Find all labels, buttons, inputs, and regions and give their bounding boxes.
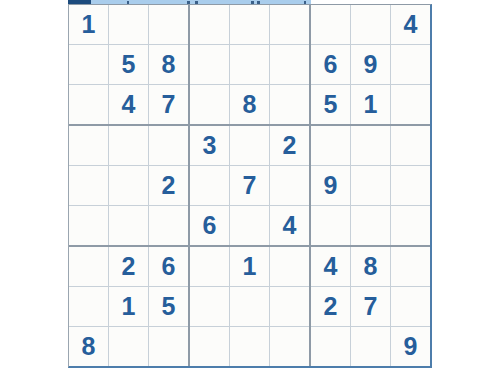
sudoku-cell-r6c6[interactable]: 4	[270, 206, 309, 245]
sudoku-cell-r9c5[interactable]	[230, 327, 269, 366]
sudoku-cell-r6c1[interactable]	[69, 206, 108, 245]
sudoku-cell-r1c4[interactable]	[190, 5, 229, 44]
sudoku-cell-r8c4[interactable]	[190, 287, 229, 326]
sudoku-cell-r8c3[interactable]: 5	[149, 287, 188, 326]
sudoku-cell-r3c8[interactable]: 1	[351, 85, 390, 124]
sudoku-cell-r2c9[interactable]	[391, 45, 430, 84]
sudoku-cell-r2c4[interactable]	[190, 45, 229, 84]
sudoku-cell-r9c6[interactable]	[270, 327, 309, 366]
sudoku-cell-r7c5[interactable]: 1	[230, 247, 269, 286]
sudoku-cell-r3c9[interactable]	[391, 85, 430, 124]
sudoku-cell-r7c3[interactable]: 6	[149, 247, 188, 286]
sudoku-cell-r1c1[interactable]: 1	[69, 5, 108, 44]
sudoku-cell-r9c1[interactable]: 8	[69, 327, 108, 366]
sudoku-box-5: 32764	[190, 126, 309, 245]
sudoku-cell-r6c9[interactable]	[391, 206, 430, 245]
sudoku-cell-r9c8[interactable]	[351, 327, 390, 366]
sudoku-cell-r4c7[interactable]	[311, 126, 350, 165]
sudoku-cell-r7c8[interactable]: 8	[351, 247, 390, 286]
sudoku-cell-r5c7[interactable]: 9	[311, 166, 350, 205]
sudoku-cell-r9c3[interactable]	[149, 327, 188, 366]
sudoku-cell-r5c3[interactable]: 2	[149, 166, 188, 205]
sudoku-cell-r6c5[interactable]	[230, 206, 269, 245]
sudoku-cell-r2c6[interactable]	[270, 45, 309, 84]
sudoku-cell-r1c6[interactable]	[270, 5, 309, 44]
sudoku-cell-r8c6[interactable]	[270, 287, 309, 326]
sudoku-cell-r7c1[interactable]	[69, 247, 108, 286]
sudoku-cell-r4c1[interactable]	[69, 126, 108, 165]
sudoku-cell-r6c3[interactable]	[149, 206, 188, 245]
sudoku-cell-r8c5[interactable]	[230, 287, 269, 326]
sudoku-cell-r2c8[interactable]: 9	[351, 45, 390, 84]
sudoku-box-1: 15847	[69, 5, 188, 124]
sudoku-cell-r5c5[interactable]: 7	[230, 166, 269, 205]
sudoku-cell-r1c2[interactable]	[109, 5, 148, 44]
sudoku-box-9: 48279	[311, 247, 430, 366]
sudoku-cell-r1c5[interactable]	[230, 5, 269, 44]
sudoku-cell-r4c3[interactable]	[149, 126, 188, 165]
sudoku-cell-r5c1[interactable]	[69, 166, 108, 205]
sudoku-cell-r4c4[interactable]: 3	[190, 126, 229, 165]
sudoku-cell-r7c6[interactable]	[270, 247, 309, 286]
sudoku-cell-r2c7[interactable]: 6	[311, 45, 350, 84]
sudoku-cell-r7c9[interactable]	[391, 247, 430, 286]
sudoku-cell-r2c1[interactable]	[69, 45, 108, 84]
sudoku-cell-r1c7[interactable]	[311, 5, 350, 44]
sudoku-cell-r3c5[interactable]: 8	[230, 85, 269, 124]
sudoku-cell-r5c8[interactable]	[351, 166, 390, 205]
sudoku-cell-r3c2[interactable]: 4	[109, 85, 148, 124]
sudoku-cell-r9c2[interactable]	[109, 327, 148, 366]
sudoku-cell-r7c7[interactable]: 4	[311, 247, 350, 286]
sudoku-cell-r8c1[interactable]	[69, 287, 108, 326]
sudoku-cell-r8c8[interactable]: 7	[351, 287, 390, 326]
sudoku-box-4: 2	[69, 126, 188, 245]
sudoku-cell-r3c7[interactable]: 5	[311, 85, 350, 124]
sudoku-cell-r9c4[interactable]	[190, 327, 229, 366]
sudoku-cell-r1c8[interactable]	[351, 5, 390, 44]
sudoku-cell-r6c8[interactable]	[351, 206, 390, 245]
sudoku-cell-r3c6[interactable]	[270, 85, 309, 124]
sudoku-cell-r5c2[interactable]	[109, 166, 148, 205]
sudoku-cell-r5c9[interactable]	[391, 166, 430, 205]
sudoku-cell-r1c3[interactable]	[149, 5, 188, 44]
sudoku-cell-r5c4[interactable]	[190, 166, 229, 205]
sudoku-cell-r2c2[interactable]: 5	[109, 45, 148, 84]
sudoku-cell-r4c9[interactable]	[391, 126, 430, 165]
sudoku-cell-r6c7[interactable]	[311, 206, 350, 245]
sudoku-cell-r8c9[interactable]	[391, 287, 430, 326]
sudoku-cell-r6c4[interactable]: 6	[190, 206, 229, 245]
sudoku-app-viewport: 15847846951232764926158148279	[0, 0, 500, 375]
sudoku-box-6: 9	[311, 126, 430, 245]
sudoku-cell-r5c6[interactable]	[270, 166, 309, 205]
sudoku-box-7: 26158	[69, 247, 188, 366]
sudoku-board: 15847846951232764926158148279	[68, 4, 432, 368]
sudoku-cell-r7c2[interactable]: 2	[109, 247, 148, 286]
sudoku-cell-r3c4[interactable]	[190, 85, 229, 124]
sudoku-box-8: 1	[190, 247, 309, 366]
sudoku-box-3: 46951	[311, 5, 430, 124]
sudoku-cell-r1c9[interactable]: 4	[391, 5, 430, 44]
sudoku-cell-r3c3[interactable]: 7	[149, 85, 188, 124]
sudoku-cell-r4c8[interactable]	[351, 126, 390, 165]
sudoku-cell-r9c7[interactable]	[311, 327, 350, 366]
sudoku-cell-r2c3[interactable]: 8	[149, 45, 188, 84]
sudoku-cell-r2c5[interactable]	[230, 45, 269, 84]
sudoku-cell-r6c2[interactable]	[109, 206, 148, 245]
sudoku-cell-r8c2[interactable]: 1	[109, 287, 148, 326]
sudoku-cell-r4c2[interactable]	[109, 126, 148, 165]
sudoku-cell-r4c6[interactable]: 2	[270, 126, 309, 165]
sudoku-cell-r9c9[interactable]: 9	[391, 327, 430, 366]
sudoku-cell-r8c7[interactable]: 2	[311, 287, 350, 326]
sudoku-cell-r7c4[interactable]	[190, 247, 229, 286]
sudoku-cell-r4c5[interactable]	[230, 126, 269, 165]
sudoku-cell-r3c1[interactable]	[69, 85, 108, 124]
sudoku-box-2: 8	[190, 5, 309, 124]
